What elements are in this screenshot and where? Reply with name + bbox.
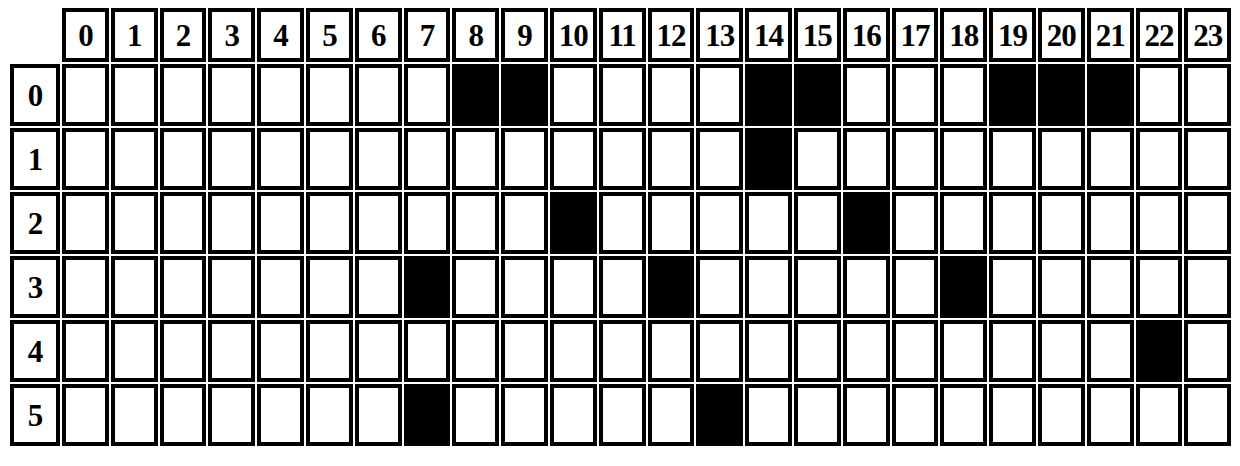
empty-cell-r1-c6 (355, 128, 402, 190)
empty-cell-r4-c0 (62, 320, 109, 382)
empty-cell-r2-c7 (404, 192, 451, 254)
col-header-6: 6 (355, 8, 402, 62)
empty-cell-r2-c22 (1136, 192, 1183, 254)
empty-cell-r5-c23 (1184, 384, 1231, 446)
empty-cell-r5-c14 (745, 384, 792, 446)
blocked-cell-r3-c18 (940, 256, 987, 318)
empty-cell-r3-c1 (111, 256, 158, 318)
blocked-cell-r0-c20 (1038, 64, 1085, 126)
empty-cell-r5-c12 (648, 384, 695, 446)
col-header-7: 7 (404, 8, 451, 62)
empty-cell-r1-c0 (62, 128, 109, 190)
empty-cell-r3-c10 (550, 256, 597, 318)
empty-cell-r2-c15 (794, 192, 841, 254)
blocked-cell-grid: 0123456789101112131415161718192021222301… (10, 8, 1231, 446)
empty-cell-r0-c4 (257, 64, 304, 126)
col-header-11-label: 11 (609, 20, 636, 51)
empty-cell-r0-c0 (62, 64, 109, 126)
empty-cell-r2-c4 (257, 192, 304, 254)
empty-cell-r2-c3 (208, 192, 255, 254)
col-header-8-label: 8 (469, 20, 484, 51)
col-header-16: 16 (843, 8, 890, 62)
col-header-7-label: 7 (420, 20, 435, 51)
empty-cell-r1-c9 (501, 128, 548, 190)
empty-cell-r3-c17 (892, 256, 939, 318)
empty-cell-r4-c3 (208, 320, 255, 382)
col-header-15-label: 15 (803, 20, 832, 51)
empty-cell-r3-c23 (1184, 256, 1231, 318)
empty-cell-r1-c7 (404, 128, 451, 190)
empty-cell-r1-c21 (1087, 128, 1134, 190)
col-header-13-label: 13 (705, 20, 734, 51)
row-header-0-label: 0 (28, 80, 43, 111)
empty-cell-r5-c0 (62, 384, 109, 446)
row-header-3: 3 (10, 256, 60, 318)
blocked-cell-r0-c19 (989, 64, 1036, 126)
empty-cell-r4-c12 (648, 320, 695, 382)
empty-cell-r2-c9 (501, 192, 548, 254)
empty-cell-r1-c20 (1038, 128, 1085, 190)
col-header-14: 14 (745, 8, 792, 62)
empty-cell-r4-c7 (404, 320, 451, 382)
empty-cell-r3-c5 (306, 256, 353, 318)
col-header-3-label: 3 (225, 20, 240, 51)
empty-cell-r1-c15 (794, 128, 841, 190)
empty-cell-r5-c2 (160, 384, 207, 446)
blocked-cell-r2-c10 (550, 192, 597, 254)
empty-cell-r2-c20 (1038, 192, 1085, 254)
empty-cell-r3-c3 (208, 256, 255, 318)
empty-cell-r5-c10 (550, 384, 597, 446)
empty-cell-r2-c6 (355, 192, 402, 254)
empty-cell-r1-c8 (452, 128, 499, 190)
col-header-17-label: 17 (900, 20, 929, 51)
col-header-20-label: 20 (1047, 20, 1076, 51)
col-header-9-label: 9 (517, 20, 532, 51)
blocked-cell-r0-c21 (1087, 64, 1134, 126)
blocked-cell-r0-c14 (745, 64, 792, 126)
empty-cell-r2-c17 (892, 192, 939, 254)
empty-cell-r1-c11 (599, 128, 646, 190)
col-header-0-label: 0 (78, 20, 93, 51)
row-header-1: 1 (10, 128, 60, 190)
empty-cell-r4-c14 (745, 320, 792, 382)
col-header-23: 23 (1184, 8, 1231, 62)
col-header-19: 19 (989, 8, 1036, 62)
col-header-9: 9 (501, 8, 548, 62)
empty-cell-r5-c21 (1087, 384, 1134, 446)
row-header-2: 2 (10, 192, 60, 254)
empty-cell-r2-c5 (306, 192, 353, 254)
empty-cell-r4-c17 (892, 320, 939, 382)
col-header-10: 10 (550, 8, 597, 62)
empty-cell-r3-c21 (1087, 256, 1134, 318)
empty-cell-r0-c5 (306, 64, 353, 126)
empty-cell-r3-c4 (257, 256, 304, 318)
col-header-2: 2 (160, 8, 207, 62)
empty-cell-r0-c17 (892, 64, 939, 126)
empty-cell-r4-c4 (257, 320, 304, 382)
col-header-18: 18 (940, 8, 987, 62)
empty-cell-r2-c13 (696, 192, 743, 254)
col-header-12-label: 12 (656, 20, 685, 51)
col-header-1-label: 1 (127, 20, 142, 51)
empty-cell-r4-c9 (501, 320, 548, 382)
row-header-0: 0 (10, 64, 60, 126)
row-header-3-label: 3 (28, 272, 43, 303)
empty-cell-r4-c19 (989, 320, 1036, 382)
col-header-6-label: 6 (371, 20, 386, 51)
empty-cell-r1-c2 (160, 128, 207, 190)
empty-cell-r3-c2 (160, 256, 207, 318)
empty-cell-r5-c9 (501, 384, 548, 446)
empty-cell-r3-c20 (1038, 256, 1085, 318)
empty-cell-r4-c20 (1038, 320, 1085, 382)
empty-cell-r1-c17 (892, 128, 939, 190)
col-header-15: 15 (794, 8, 841, 62)
empty-cell-r3-c22 (1136, 256, 1183, 318)
empty-cell-r5-c4 (257, 384, 304, 446)
empty-cell-r3-c6 (355, 256, 402, 318)
empty-cell-r1-c13 (696, 128, 743, 190)
empty-cell-r4-c6 (355, 320, 402, 382)
col-header-4: 4 (257, 8, 304, 62)
empty-cell-r2-c18 (940, 192, 987, 254)
empty-cell-r2-c2 (160, 192, 207, 254)
empty-cell-r1-c1 (111, 128, 158, 190)
empty-cell-r5-c16 (843, 384, 890, 446)
empty-cell-r3-c8 (452, 256, 499, 318)
row-header-1-label: 1 (28, 144, 43, 175)
empty-cell-r2-c23 (1184, 192, 1231, 254)
empty-cell-r2-c1 (111, 192, 158, 254)
empty-cell-r3-c0 (62, 256, 109, 318)
empty-cell-r1-c22 (1136, 128, 1183, 190)
col-header-1: 1 (111, 8, 158, 62)
col-header-21: 21 (1087, 8, 1134, 62)
blocked-cell-r0-c9 (501, 64, 548, 126)
empty-cell-r0-c1 (111, 64, 158, 126)
empty-cell-r5-c17 (892, 384, 939, 446)
empty-cell-r3-c14 (745, 256, 792, 318)
empty-cell-r3-c13 (696, 256, 743, 318)
empty-cell-r0-c7 (404, 64, 451, 126)
empty-cell-r2-c14 (745, 192, 792, 254)
blocked-cell-r5-c7 (404, 384, 451, 446)
empty-cell-r5-c15 (794, 384, 841, 446)
empty-cell-r0-c6 (355, 64, 402, 126)
empty-cell-r4-c21 (1087, 320, 1134, 382)
empty-cell-r1-c19 (989, 128, 1036, 190)
empty-cell-r0-c22 (1136, 64, 1183, 126)
empty-cell-r4-c8 (452, 320, 499, 382)
empty-cell-r2-c8 (452, 192, 499, 254)
col-header-18-label: 18 (949, 20, 978, 51)
blocked-cell-r0-c8 (452, 64, 499, 126)
col-header-12: 12 (648, 8, 695, 62)
row-header-2-label: 2 (28, 208, 43, 239)
col-header-14-label: 14 (754, 20, 783, 51)
empty-cell-r1-c4 (257, 128, 304, 190)
col-header-3: 3 (208, 8, 255, 62)
empty-cell-r2-c21 (1087, 192, 1134, 254)
col-header-22-label: 22 (1144, 20, 1173, 51)
col-header-10-label: 10 (559, 20, 588, 51)
empty-cell-r5-c18 (940, 384, 987, 446)
empty-cell-r3-c11 (599, 256, 646, 318)
empty-cell-r0-c18 (940, 64, 987, 126)
empty-cell-r4-c13 (696, 320, 743, 382)
empty-cell-r5-c20 (1038, 384, 1085, 446)
empty-cell-r4-c23 (1184, 320, 1231, 382)
empty-cell-r0-c12 (648, 64, 695, 126)
empty-cell-r0-c3 (208, 64, 255, 126)
col-header-5: 5 (306, 8, 353, 62)
row-header-4-label: 4 (28, 336, 43, 367)
corner-spacer (10, 8, 60, 62)
empty-cell-r2-c0 (62, 192, 109, 254)
empty-cell-r1-c16 (843, 128, 890, 190)
empty-cell-r1-c23 (1184, 128, 1231, 190)
empty-cell-r4-c1 (111, 320, 158, 382)
blocked-cell-r3-c12 (648, 256, 695, 318)
blocked-cell-r3-c7 (404, 256, 451, 318)
blocked-cell-r4-c22 (1136, 320, 1183, 382)
empty-cell-r4-c15 (794, 320, 841, 382)
col-header-13: 13 (696, 8, 743, 62)
row-header-4: 4 (10, 320, 60, 382)
empty-cell-r2-c19 (989, 192, 1036, 254)
empty-cell-r4-c5 (306, 320, 353, 382)
col-header-4-label: 4 (273, 20, 288, 51)
empty-cell-r4-c2 (160, 320, 207, 382)
empty-cell-r0-c23 (1184, 64, 1231, 126)
blocked-cell-r5-c13 (696, 384, 743, 446)
empty-cell-r1-c18 (940, 128, 987, 190)
col-header-16-label: 16 (852, 20, 881, 51)
empty-cell-r0-c10 (550, 64, 597, 126)
col-header-19-label: 19 (998, 20, 1027, 51)
empty-cell-r5-c6 (355, 384, 402, 446)
empty-cell-r1-c3 (208, 128, 255, 190)
empty-cell-r5-c11 (599, 384, 646, 446)
row-header-5-label: 5 (28, 400, 43, 431)
empty-cell-r1-c12 (648, 128, 695, 190)
empty-cell-r4-c10 (550, 320, 597, 382)
empty-cell-r3-c19 (989, 256, 1036, 318)
empty-cell-r0-c16 (843, 64, 890, 126)
col-header-20: 20 (1038, 8, 1085, 62)
empty-cell-r1-c5 (306, 128, 353, 190)
empty-cell-r5-c5 (306, 384, 353, 446)
empty-cell-r5-c1 (111, 384, 158, 446)
col-header-22: 22 (1136, 8, 1183, 62)
blocked-cell-r2-c16 (843, 192, 890, 254)
blocked-cell-r0-c15 (794, 64, 841, 126)
empty-cell-r5-c19 (989, 384, 1036, 446)
empty-cell-r1-c10 (550, 128, 597, 190)
empty-cell-r5-c8 (452, 384, 499, 446)
row-header-5: 5 (10, 384, 60, 446)
empty-cell-r2-c11 (599, 192, 646, 254)
col-header-17: 17 (892, 8, 939, 62)
col-header-0: 0 (62, 8, 109, 62)
col-header-2-label: 2 (176, 20, 191, 51)
col-header-21-label: 21 (1096, 20, 1125, 51)
empty-cell-r2-c12 (648, 192, 695, 254)
empty-cell-r3-c15 (794, 256, 841, 318)
empty-cell-r4-c16 (843, 320, 890, 382)
empty-cell-r0-c11 (599, 64, 646, 126)
empty-cell-r3-c9 (501, 256, 548, 318)
empty-cell-r3-c16 (843, 256, 890, 318)
empty-cell-r5-c22 (1136, 384, 1183, 446)
col-header-23-label: 23 (1193, 20, 1222, 51)
empty-cell-r4-c18 (940, 320, 987, 382)
col-header-8: 8 (452, 8, 499, 62)
grid-figure: 0123456789101112131415161718192021222301… (0, 0, 1240, 466)
col-header-11: 11 (599, 8, 646, 62)
empty-cell-r0-c2 (160, 64, 207, 126)
empty-cell-r0-c13 (696, 64, 743, 126)
empty-cell-r4-c11 (599, 320, 646, 382)
blocked-cell-r1-c14 (745, 128, 792, 190)
empty-cell-r5-c3 (208, 384, 255, 446)
col-header-5-label: 5 (322, 20, 337, 51)
